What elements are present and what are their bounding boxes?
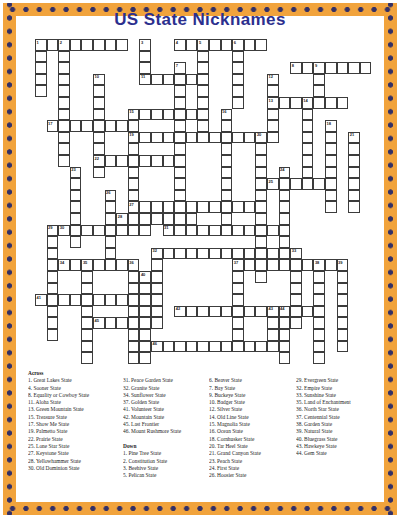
grid-cell[interactable] [255, 143, 267, 155]
grid-cell[interactable] [139, 62, 151, 74]
grid-cell[interactable]: 22 [93, 155, 105, 167]
grid-cell[interactable]: 19 [128, 132, 140, 144]
grid-cell[interactable] [70, 294, 82, 306]
grid-cell[interactable] [209, 225, 221, 237]
grid-cell[interactable]: 40 [139, 271, 151, 283]
grid-cell[interactable] [348, 62, 360, 74]
grid-cell[interactable] [174, 109, 186, 121]
grid-cell[interactable] [93, 132, 105, 144]
grid-cell[interactable] [81, 341, 93, 353]
grid-cell[interactable] [186, 201, 198, 213]
grid-cell[interactable] [139, 306, 151, 318]
grid-cell[interactable] [221, 306, 233, 318]
grid-cell[interactable] [337, 317, 349, 329]
grid-cell[interactable] [197, 248, 209, 260]
grid-cell[interactable] [93, 120, 105, 132]
grid-cell[interactable] [186, 74, 198, 86]
grid-cell[interactable] [302, 120, 314, 132]
grid-cell[interactable] [209, 201, 221, 213]
grid-cell[interactable]: 32 [151, 248, 163, 260]
grid-cell[interactable] [197, 109, 209, 121]
grid-cell[interactable] [313, 294, 325, 306]
grid-cell[interactable] [255, 201, 267, 213]
grid-cell[interactable] [197, 51, 209, 63]
grid-cell[interactable] [93, 167, 105, 179]
grid-cell[interactable] [116, 155, 128, 167]
grid-cell[interactable] [197, 201, 209, 213]
grid-cell[interactable]: 26 [105, 190, 117, 202]
grid-cell[interactable] [139, 213, 151, 225]
grid-cell[interactable] [116, 39, 128, 51]
grid-cell[interactable] [174, 120, 186, 132]
grid-cell[interactable]: 25 [267, 178, 279, 190]
grid-cell[interactable] [197, 341, 209, 353]
grid-cell[interactable] [221, 155, 233, 167]
grid-cell[interactable]: 33 [290, 248, 302, 260]
grid-cell[interactable] [70, 225, 82, 237]
grid-cell[interactable] [197, 85, 209, 97]
grid-cell[interactable] [151, 283, 163, 295]
grid-cell[interactable] [267, 248, 279, 260]
grid-cell[interactable] [290, 294, 302, 306]
grid-cell[interactable]: 27 [128, 201, 140, 213]
grid-cell[interactable] [290, 259, 302, 271]
grid-cell[interactable] [128, 178, 140, 190]
grid-cell[interactable] [279, 352, 291, 364]
grid-cell[interactable] [290, 283, 302, 295]
grid-cell[interactable]: 14 [302, 97, 314, 109]
grid-cell[interactable]: 4 [174, 39, 186, 51]
grid-cell[interactable] [81, 329, 93, 341]
grid-cell[interactable] [35, 85, 47, 97]
grid-cell[interactable] [139, 109, 151, 121]
grid-cell[interactable] [81, 317, 93, 329]
grid-cell[interactable] [47, 329, 59, 341]
grid-cell[interactable] [209, 341, 221, 353]
grid-cell[interactable] [151, 213, 163, 225]
grid-cell[interactable] [151, 294, 163, 306]
grid-cell[interactable] [174, 74, 186, 86]
grid-cell[interactable] [302, 143, 314, 155]
grid-cell[interactable] [139, 283, 151, 295]
grid-cell[interactable]: 39 [337, 259, 349, 271]
grid-cell[interactable] [279, 225, 291, 237]
grid-cell[interactable] [279, 190, 291, 202]
grid-cell[interactable] [255, 248, 267, 260]
grid-cell[interactable] [267, 341, 279, 353]
grid-cell[interactable] [325, 190, 337, 202]
grid-cell[interactable] [267, 329, 279, 341]
grid-cell[interactable] [313, 306, 325, 318]
grid-cell[interactable] [128, 155, 140, 167]
grid-cell[interactable] [58, 62, 70, 74]
grid-cell[interactable] [105, 317, 117, 329]
grid-cell[interactable] [267, 225, 279, 237]
grid-cell[interactable]: 31 [163, 225, 175, 237]
grid-cell[interactable] [35, 51, 47, 63]
grid-cell[interactable] [255, 259, 267, 271]
grid-cell[interactable] [174, 97, 186, 109]
grid-cell[interactable] [139, 132, 151, 144]
grid-cell[interactable]: 24 [279, 167, 291, 179]
grid-cell[interactable] [128, 329, 140, 341]
grid-cell[interactable] [279, 329, 291, 341]
grid-cell[interactable] [81, 352, 93, 364]
grid-cell[interactable] [290, 317, 302, 329]
grid-cell[interactable] [232, 97, 244, 109]
grid-cell[interactable] [302, 259, 314, 271]
grid-cell[interactable] [232, 248, 244, 260]
grid-cell[interactable] [151, 271, 163, 283]
grid-cell[interactable] [151, 306, 163, 318]
grid-cell[interactable] [337, 341, 349, 353]
grid-cell[interactable]: 2 [58, 39, 70, 51]
grid-cell[interactable] [47, 259, 59, 271]
grid-cell[interactable] [221, 190, 233, 202]
grid-cell[interactable]: 21 [348, 132, 360, 144]
grid-cell[interactable] [197, 97, 209, 109]
grid-cell[interactable]: 11 [139, 74, 151, 86]
grid-cell[interactable] [93, 85, 105, 97]
grid-cell[interactable] [174, 213, 186, 225]
grid-cell[interactable] [128, 120, 140, 132]
grid-cell[interactable] [348, 201, 360, 213]
grid-cell[interactable] [116, 120, 128, 132]
grid-cell[interactable] [116, 317, 128, 329]
grid-cell[interactable] [93, 109, 105, 121]
grid-cell[interactable] [47, 306, 59, 318]
grid-cell[interactable] [186, 306, 198, 318]
grid-cell[interactable] [47, 271, 59, 283]
grid-cell[interactable]: 46 [151, 341, 163, 353]
grid-cell[interactable] [70, 190, 82, 202]
grid-cell[interactable] [81, 283, 93, 295]
grid-cell[interactable] [232, 225, 244, 237]
grid-cell[interactable] [279, 317, 291, 329]
grid-cell[interactable] [221, 341, 233, 353]
grid-cell[interactable] [255, 190, 267, 202]
grid-cell[interactable] [128, 143, 140, 155]
grid-cell[interactable]: 42 [174, 306, 186, 318]
grid-cell[interactable] [163, 109, 175, 121]
grid-cell[interactable] [325, 132, 337, 144]
grid-cell[interactable] [337, 294, 349, 306]
grid-cell[interactable] [221, 132, 233, 144]
grid-cell[interactable]: 5 [197, 39, 209, 51]
grid-cell[interactable] [174, 143, 186, 155]
grid-cell[interactable] [209, 39, 221, 51]
grid-cell[interactable] [105, 294, 117, 306]
grid-cell[interactable] [337, 329, 349, 341]
grid-cell[interactable]: 1 [35, 39, 47, 51]
grid-cell[interactable] [197, 132, 209, 144]
grid-cell[interactable] [174, 190, 186, 202]
grid-cell[interactable] [221, 120, 233, 132]
grid-cell[interactable] [302, 155, 314, 167]
grid-cell[interactable] [313, 283, 325, 295]
grid-cell[interactable] [232, 271, 244, 283]
grid-cell[interactable] [325, 259, 337, 271]
grid-cell[interactable] [197, 306, 209, 318]
grid-cell[interactable] [93, 97, 105, 109]
grid-cell[interactable] [290, 271, 302, 283]
grid-cell[interactable] [93, 39, 105, 51]
grid-cell[interactable] [232, 329, 244, 341]
grid-cell[interactable] [163, 248, 175, 260]
grid-cell[interactable] [313, 329, 325, 341]
grid-cell[interactable] [279, 236, 291, 248]
grid-cell[interactable]: 35 [81, 259, 93, 271]
grid-cell[interactable] [58, 294, 70, 306]
grid-cell[interactable] [128, 225, 140, 237]
grid-cell[interactable] [186, 225, 198, 237]
grid-cell[interactable] [337, 306, 349, 318]
grid-cell[interactable] [221, 39, 233, 51]
grid-cell[interactable]: 36 [128, 259, 140, 271]
grid-cell[interactable]: 16 [221, 109, 233, 121]
grid-cell[interactable] [163, 201, 175, 213]
grid-cell[interactable]: 45 [93, 317, 105, 329]
grid-cell[interactable] [197, 62, 209, 74]
grid-cell[interactable] [35, 62, 47, 74]
grid-cell[interactable] [163, 74, 175, 86]
grid-cell[interactable] [313, 85, 325, 97]
grid-cell[interactable] [244, 341, 256, 353]
grid-cell[interactable] [232, 341, 244, 353]
grid-cell[interactable] [163, 213, 175, 225]
grid-cell[interactable]: 28 [116, 213, 128, 225]
grid-cell[interactable] [128, 283, 140, 295]
grid-cell[interactable] [174, 132, 186, 144]
grid-cell[interactable] [174, 178, 186, 190]
grid-cell[interactable] [58, 85, 70, 97]
grid-cell[interactable] [186, 341, 198, 353]
grid-cell[interactable] [221, 143, 233, 155]
grid-cell[interactable] [47, 317, 59, 329]
grid-cell[interactable] [186, 132, 198, 144]
grid-cell[interactable] [255, 213, 267, 225]
grid-cell[interactable]: 18 [325, 120, 337, 132]
grid-cell[interactable] [174, 201, 186, 213]
grid-cell[interactable] [174, 167, 186, 179]
grid-cell[interactable]: 17 [47, 120, 59, 132]
grid-cell[interactable] [105, 120, 117, 132]
grid-cell[interactable] [232, 132, 244, 144]
grid-cell[interactable] [163, 341, 175, 353]
grid-cell[interactable] [302, 306, 314, 318]
grid-cell[interactable] [81, 306, 93, 318]
grid-cell[interactable] [139, 294, 151, 306]
grid-cell[interactable] [221, 213, 233, 225]
grid-cell[interactable] [58, 143, 70, 155]
grid-cell[interactable] [105, 248, 117, 260]
grid-cell[interactable] [151, 259, 163, 271]
grid-cell[interactable] [221, 225, 233, 237]
grid-cell[interactable] [197, 74, 209, 86]
grid-cell[interactable]: 15 [128, 109, 140, 121]
grid-cell[interactable] [151, 201, 163, 213]
grid-cell[interactable] [325, 178, 337, 190]
grid-cell[interactable] [35, 74, 47, 86]
grid-cell[interactable]: 23 [70, 167, 82, 179]
grid-cell[interactable] [105, 259, 117, 271]
grid-cell[interactable] [128, 167, 140, 179]
grid-cell[interactable] [139, 317, 151, 329]
grid-cell[interactable] [255, 178, 267, 190]
grid-cell[interactable] [279, 201, 291, 213]
grid-cell[interactable] [151, 155, 163, 167]
grid-cell[interactable] [221, 178, 233, 190]
grid-cell[interactable] [221, 248, 233, 260]
grid-cell[interactable] [174, 248, 186, 260]
grid-cell[interactable] [128, 190, 140, 202]
grid-cell[interactable] [186, 39, 198, 51]
grid-cell[interactable] [139, 51, 151, 63]
grid-cell[interactable]: 38 [313, 259, 325, 271]
grid-cell[interactable] [209, 306, 221, 318]
grid-cell[interactable] [313, 352, 325, 364]
grid-cell[interactable] [244, 259, 256, 271]
grid-cell[interactable] [302, 109, 314, 121]
grid-cell[interactable] [232, 317, 244, 329]
grid-cell[interactable]: 9 [313, 62, 325, 74]
grid-cell[interactable] [255, 341, 267, 353]
grid-cell[interactable] [139, 155, 151, 167]
grid-cell[interactable] [81, 271, 93, 283]
grid-cell[interactable] [325, 143, 337, 155]
grid-cell[interactable] [70, 201, 82, 213]
grid-cell[interactable] [70, 120, 82, 132]
grid-cell[interactable] [151, 109, 163, 121]
grid-cell[interactable] [348, 167, 360, 179]
grid-cell[interactable]: 3 [139, 39, 151, 51]
grid-cell[interactable] [93, 143, 105, 155]
grid-cell[interactable] [105, 39, 117, 51]
grid-cell[interactable] [267, 132, 279, 144]
grid-cell[interactable] [267, 120, 279, 132]
grid-cell[interactable] [279, 341, 291, 353]
grid-cell[interactable] [313, 271, 325, 283]
grid-cell[interactable] [232, 74, 244, 86]
grid-cell[interactable] [128, 271, 140, 283]
grid-cell[interactable] [139, 201, 151, 213]
grid-cell[interactable] [267, 109, 279, 121]
grid-cell[interactable] [255, 236, 267, 248]
grid-cell[interactable] [290, 178, 302, 190]
grid-cell[interactable] [197, 225, 209, 237]
grid-cell[interactable] [279, 248, 291, 260]
grid-cell[interactable]: 44 [279, 306, 291, 318]
grid-cell[interactable] [348, 143, 360, 155]
grid-cell[interactable] [105, 225, 117, 237]
grid-cell[interactable] [279, 178, 291, 190]
grid-cell[interactable]: 37 [232, 259, 244, 271]
grid-cell[interactable] [139, 225, 151, 237]
grid-cell[interactable]: 29 [47, 225, 59, 237]
grid-cell[interactable] [174, 155, 186, 167]
grid-cell[interactable] [313, 97, 325, 109]
grid-cell[interactable] [47, 294, 59, 306]
grid-cell[interactable] [58, 132, 70, 144]
grid-cell[interactable] [221, 167, 233, 179]
grid-cell[interactable] [232, 201, 244, 213]
grid-cell[interactable] [348, 178, 360, 190]
grid-cell[interactable] [337, 271, 349, 283]
grid-cell[interactable] [267, 317, 279, 329]
grid-cell[interactable] [105, 213, 117, 225]
grid-cell[interactable] [325, 201, 337, 213]
grid-cell[interactable]: 34 [58, 259, 70, 271]
grid-cell[interactable] [279, 259, 291, 271]
grid-cell[interactable]: 43 [267, 306, 279, 318]
grid-cell[interactable] [116, 294, 128, 306]
grid-cell[interactable] [70, 259, 82, 271]
grid-cell[interactable] [163, 155, 175, 167]
grid-cell[interactable] [325, 97, 337, 109]
grid-cell[interactable] [255, 271, 267, 283]
grid-cell[interactable] [313, 178, 325, 190]
grid-cell[interactable]: 20 [255, 132, 267, 144]
grid-cell[interactable] [58, 109, 70, 121]
grid-cell[interactable] [139, 341, 151, 353]
grid-cell[interactable]: 41 [35, 294, 47, 306]
grid-cell[interactable] [313, 317, 325, 329]
grid-cell[interactable] [325, 62, 337, 74]
grid-cell[interactable] [128, 294, 140, 306]
grid-cell[interactable]: 8 [290, 62, 302, 74]
grid-cell[interactable]: 12 [267, 74, 279, 86]
grid-cell[interactable] [232, 283, 244, 295]
grid-cell[interactable] [255, 225, 267, 237]
grid-cell[interactable] [279, 213, 291, 225]
grid-cell[interactable] [70, 178, 82, 190]
grid-cell[interactable]: 10 [93, 74, 105, 86]
grid-cell[interactable] [128, 317, 140, 329]
grid-cell[interactable] [302, 62, 314, 74]
grid-cell[interactable] [128, 213, 140, 225]
grid-cell[interactable] [93, 259, 105, 271]
grid-cell[interactable] [186, 213, 198, 225]
grid-cell[interactable] [232, 62, 244, 74]
grid-cell[interactable] [81, 225, 93, 237]
grid-cell[interactable] [139, 352, 151, 364]
grid-cell[interactable]: 13 [267, 97, 279, 109]
grid-cell[interactable] [255, 167, 267, 179]
grid-cell[interactable] [209, 132, 221, 144]
grid-cell[interactable] [174, 225, 186, 237]
grid-cell[interactable] [81, 294, 93, 306]
grid-cell[interactable] [348, 190, 360, 202]
grid-cell[interactable] [209, 248, 221, 260]
grid-cell[interactable] [151, 317, 163, 329]
grid-cell[interactable] [348, 155, 360, 167]
grid-cell[interactable] [337, 283, 349, 295]
grid-cell[interactable] [313, 341, 325, 353]
grid-cell[interactable] [70, 236, 82, 248]
grid-cell[interactable] [313, 74, 325, 86]
grid-cell[interactable] [244, 132, 256, 144]
grid-cell[interactable] [58, 97, 70, 109]
grid-cell[interactable] [47, 248, 59, 260]
grid-cell[interactable] [58, 120, 70, 132]
grid-cell[interactable] [325, 155, 337, 167]
grid-cell[interactable] [244, 201, 256, 213]
grid-cell[interactable] [186, 109, 198, 121]
grid-cell[interactable] [174, 341, 186, 353]
grid-cell[interactable] [128, 341, 140, 353]
grid-cell[interactable] [47, 39, 59, 51]
grid-cell[interactable] [267, 259, 279, 271]
